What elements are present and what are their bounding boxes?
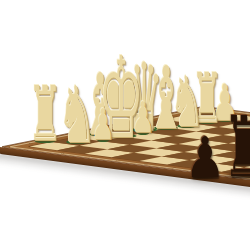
rank-label-7: 7 <box>162 116 169 117</box>
rank-label-3: 3 <box>72 134 79 135</box>
rank-label-4: 4 <box>95 129 102 130</box>
rank-label-6: 6 <box>140 120 147 121</box>
file-label-f: f <box>170 167 176 168</box>
file-label-h: h <box>226 175 233 176</box>
file-label-b: b <box>59 153 66 154</box>
file-label-d: d <box>115 160 122 161</box>
file-label-c: c <box>87 156 94 157</box>
file-label-a: a <box>32 149 39 150</box>
rank-label-8: 8 <box>185 111 192 112</box>
file-label-g: g <box>198 171 205 172</box>
rank-label-1: 1 <box>27 143 34 144</box>
rank-label-2: 2 <box>50 138 57 139</box>
rank-label-5: 5 <box>117 125 124 126</box>
file-label-e: e <box>143 164 150 165</box>
chess-set-photo: a1b2c3d4e5f6g7h8 ♟♜♞♝♟♛♟♝♚♟♜♞♜♟ <box>0 0 250 250</box>
